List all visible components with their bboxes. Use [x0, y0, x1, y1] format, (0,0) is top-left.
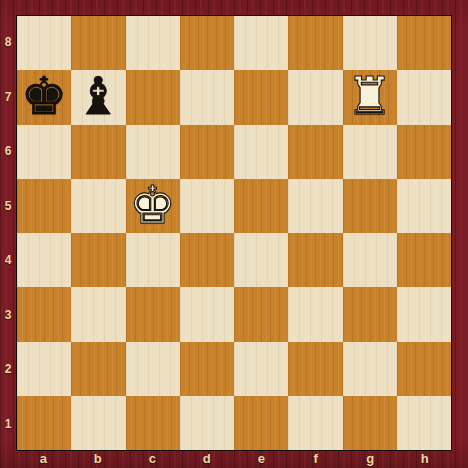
square-f7[interactable]: [288, 70, 342, 124]
square-e2[interactable]: [234, 342, 288, 396]
rank-label-7: 7: [0, 70, 16, 125]
black-king[interactable]: ♚: [21, 70, 68, 122]
file-label-b: b: [71, 451, 126, 468]
square-f3[interactable]: [288, 287, 342, 341]
square-c5[interactable]: ♚: [126, 179, 180, 233]
file-label-e: e: [234, 451, 289, 468]
square-f8[interactable]: [288, 16, 342, 70]
rank-label-1: 1: [0, 397, 16, 452]
square-b4[interactable]: [71, 233, 125, 287]
square-d2[interactable]: [180, 342, 234, 396]
square-h3[interactable]: [397, 287, 451, 341]
square-b5[interactable]: [71, 179, 125, 233]
square-h4[interactable]: [397, 233, 451, 287]
square-a1[interactable]: [17, 396, 71, 450]
square-f1[interactable]: [288, 396, 342, 450]
square-h1[interactable]: [397, 396, 451, 450]
square-f6[interactable]: [288, 125, 342, 179]
square-a8[interactable]: [17, 16, 71, 70]
square-g6[interactable]: [343, 125, 397, 179]
square-b6[interactable]: [71, 125, 125, 179]
square-h6[interactable]: [397, 125, 451, 179]
square-g8[interactable]: [343, 16, 397, 70]
square-b7[interactable]: ♝: [71, 70, 125, 124]
square-b1[interactable]: [71, 396, 125, 450]
square-f5[interactable]: [288, 179, 342, 233]
rank-labels: 87654321: [0, 15, 16, 451]
square-a2[interactable]: [17, 342, 71, 396]
square-b3[interactable]: [71, 287, 125, 341]
chessboard: ♚♝♜♚: [16, 15, 452, 451]
rank-label-4: 4: [0, 233, 16, 288]
square-c3[interactable]: [126, 287, 180, 341]
square-d8[interactable]: [180, 16, 234, 70]
square-b8[interactable]: [71, 16, 125, 70]
rank-label-2: 2: [0, 342, 16, 397]
rank-label-5: 5: [0, 179, 16, 234]
file-labels: abcdefgh: [16, 451, 452, 468]
square-g5[interactable]: [343, 179, 397, 233]
white-king[interactable]: ♚: [129, 179, 176, 231]
square-g2[interactable]: [343, 342, 397, 396]
square-g1[interactable]: [343, 396, 397, 450]
chessboard-frame: ♚♝♜♚ 87654321 abcdefgh: [0, 0, 468, 468]
square-d1[interactable]: [180, 396, 234, 450]
square-d6[interactable]: [180, 125, 234, 179]
file-label-c: c: [125, 451, 180, 468]
square-d4[interactable]: [180, 233, 234, 287]
square-e4[interactable]: [234, 233, 288, 287]
square-e3[interactable]: [234, 287, 288, 341]
square-d7[interactable]: [180, 70, 234, 124]
square-c1[interactable]: [126, 396, 180, 450]
square-c6[interactable]: [126, 125, 180, 179]
square-c4[interactable]: [126, 233, 180, 287]
square-a5[interactable]: [17, 179, 71, 233]
file-label-h: h: [398, 451, 453, 468]
square-e7[interactable]: [234, 70, 288, 124]
square-a7[interactable]: ♚: [17, 70, 71, 124]
square-g3[interactable]: [343, 287, 397, 341]
square-f2[interactable]: [288, 342, 342, 396]
rank-label-3: 3: [0, 288, 16, 343]
white-rook[interactable]: ♜: [346, 70, 393, 122]
black-bishop[interactable]: ♝: [75, 70, 122, 122]
file-label-a: a: [16, 451, 71, 468]
file-label-f: f: [289, 451, 344, 468]
square-a4[interactable]: [17, 233, 71, 287]
square-h2[interactable]: [397, 342, 451, 396]
square-a6[interactable]: [17, 125, 71, 179]
square-c2[interactable]: [126, 342, 180, 396]
square-e6[interactable]: [234, 125, 288, 179]
square-g4[interactable]: [343, 233, 397, 287]
rank-label-6: 6: [0, 124, 16, 179]
rank-label-8: 8: [0, 15, 16, 70]
square-e5[interactable]: [234, 179, 288, 233]
square-e8[interactable]: [234, 16, 288, 70]
square-h7[interactable]: [397, 70, 451, 124]
square-g7[interactable]: ♜: [343, 70, 397, 124]
file-label-g: g: [343, 451, 398, 468]
square-a3[interactable]: [17, 287, 71, 341]
square-d3[interactable]: [180, 287, 234, 341]
square-h5[interactable]: [397, 179, 451, 233]
square-h8[interactable]: [397, 16, 451, 70]
square-b2[interactable]: [71, 342, 125, 396]
square-e1[interactable]: [234, 396, 288, 450]
square-f4[interactable]: [288, 233, 342, 287]
square-c8[interactable]: [126, 16, 180, 70]
square-d5[interactable]: [180, 179, 234, 233]
file-label-d: d: [180, 451, 235, 468]
square-c7[interactable]: [126, 70, 180, 124]
